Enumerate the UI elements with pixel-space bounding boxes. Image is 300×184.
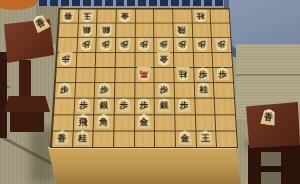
board-square-r1c3[interactable] xyxy=(97,9,116,23)
shogi-piece-white-P[interactable]: 歩 xyxy=(175,37,189,51)
board-square-r7c2[interactable]: 歩 xyxy=(73,98,94,114)
board-square-r2c8[interactable] xyxy=(191,23,211,37)
board-square-r6c1[interactable]: 歩 xyxy=(54,82,75,98)
orange-cushion xyxy=(0,0,38,10)
board-square-r3c2[interactable]: 歩 xyxy=(76,37,96,52)
piece-kanji: 桂 xyxy=(196,12,205,19)
shogi-piece-black-P[interactable]: 歩 xyxy=(137,98,152,113)
board-square-r8c9[interactable] xyxy=(215,114,236,130)
board-square-r7c3[interactable]: 銀 xyxy=(93,98,114,114)
board-square-r3c4[interactable]: 歩 xyxy=(115,37,134,52)
board-square-r9c2[interactable]: 桂 xyxy=(72,130,93,147)
board-square-r1c9[interactable] xyxy=(210,9,230,23)
piece-kanji: 香 xyxy=(57,134,66,143)
shogi-piece-black-N[interactable]: 桂 xyxy=(75,131,91,147)
board-square-r2c4[interactable] xyxy=(115,23,134,37)
board-square-r7c4[interactable]: 歩 xyxy=(114,98,134,114)
piece-kanji: 歩 xyxy=(218,70,227,78)
white-hand-piece-lance[interactable]: 香 xyxy=(33,15,47,30)
board-square-r5c4[interactable] xyxy=(114,67,134,82)
board-square-r9c7[interactable]: 金 xyxy=(175,130,196,147)
shogi-piece-black-P[interactable]: 歩 xyxy=(157,83,172,98)
piece-kanji: 王 xyxy=(201,134,210,143)
shogi-piece-black-L[interactable]: 香 xyxy=(54,131,70,147)
shogi-piece-black-P[interactable]: 歩 xyxy=(215,67,230,81)
board-square-r7c6[interactable]: 銀 xyxy=(154,98,174,114)
piece-kanji: 香 xyxy=(263,112,273,122)
board-square-r9c4[interactable] xyxy=(113,130,134,147)
piece-kanji: 歩 xyxy=(180,101,189,109)
board-square-r6c9[interactable] xyxy=(213,82,234,98)
piece-kanji: 桂 xyxy=(78,134,87,143)
shogi-piece-black-R[interactable]: 飛 xyxy=(75,114,90,129)
piece-kanji: 香 xyxy=(64,12,73,19)
piece-kanji: 歩 xyxy=(79,101,88,109)
shogi-piece-black-B[interactable]: 角 xyxy=(96,114,111,129)
piece-kanji: 歩 xyxy=(159,40,167,48)
board-square-r4c1[interactable]: 歩 xyxy=(56,52,76,67)
board-square-r9c5[interactable] xyxy=(134,130,155,147)
board-square-r5c5[interactable]: 馬 xyxy=(134,67,154,82)
piece-kanji: 銀 xyxy=(82,26,91,34)
board-square-r3c7[interactable]: 歩 xyxy=(173,37,193,52)
board-square-r1c1[interactable]: 香 xyxy=(59,9,79,23)
board-square-r4c6[interactable]: 金 xyxy=(154,52,174,67)
left-komadai-foot xyxy=(4,96,50,112)
piece-kanji: 金 xyxy=(180,134,189,143)
board-square-r4c8[interactable] xyxy=(192,52,212,67)
board-square-r1c4[interactable]: 金 xyxy=(116,9,135,23)
board-square-r3c1[interactable] xyxy=(57,37,77,52)
board-square-r9c9[interactable] xyxy=(215,130,236,147)
piece-kanji: 飛 xyxy=(178,26,187,34)
shogi-piece-white-S[interactable]: 銀 xyxy=(80,23,94,36)
piece-kanji: 歩 xyxy=(60,86,69,94)
shogi-piece-black-P[interactable]: 歩 xyxy=(97,83,112,98)
piece-kanji: 銀 xyxy=(99,101,108,109)
shogi-piece-black-G[interactable]: 金 xyxy=(137,114,152,129)
piece-kanji: 歩 xyxy=(120,40,128,48)
shogi-piece-white-L[interactable]: 香 xyxy=(61,9,75,22)
board-square-r3c3[interactable]: 歩 xyxy=(96,37,116,52)
shogi-piece-white-P[interactable]: 歩 xyxy=(214,37,229,51)
board-front-face xyxy=(47,147,241,184)
piece-kanji: 歩 xyxy=(101,40,110,48)
board-square-r8c3[interactable]: 角 xyxy=(93,114,114,130)
board-square-r6c7[interactable] xyxy=(174,82,194,98)
board-square-r3c6[interactable]: 歩 xyxy=(154,37,173,52)
piece-kanji: 歩 xyxy=(62,55,71,63)
shogi-piece-white-P[interactable]: 歩 xyxy=(118,37,132,51)
board-square-r4c4[interactable] xyxy=(115,52,135,67)
shogi-piece-black-L[interactable]: 香 xyxy=(260,108,277,126)
board-square-r7c5[interactable]: 歩 xyxy=(134,98,154,114)
board-square-r7c7[interactable]: 歩 xyxy=(174,98,195,114)
board-square-r8c7[interactable] xyxy=(174,114,195,130)
piece-kanji: 金 xyxy=(121,12,129,19)
shogi-piece-white-P[interactable]: 歩 xyxy=(195,37,210,51)
shogi-piece-black-P[interactable]: 歩 xyxy=(76,98,91,113)
shogi-piece-black-S[interactable]: 銀 xyxy=(157,98,172,113)
board-square-r1c5[interactable] xyxy=(134,9,153,23)
board-square-r2c7[interactable]: 飛 xyxy=(172,23,191,37)
board-square-r3c8[interactable]: 歩 xyxy=(192,37,212,52)
shogi-piece-black-S[interactable]: 銀 xyxy=(96,98,111,113)
piece-kanji: 歩 xyxy=(82,40,91,48)
board-square-r6c2[interactable] xyxy=(74,82,95,98)
shogi-piece-black-P[interactable]: 歩 xyxy=(116,98,131,113)
board-square-r6c4[interactable] xyxy=(114,82,134,98)
board-square-r1c7[interactable] xyxy=(172,9,191,23)
shogi-piece-white-P[interactable]: 歩 xyxy=(59,52,74,66)
board-square-r8c4[interactable] xyxy=(113,114,134,130)
piece-kanji: 歩 xyxy=(217,40,226,48)
board-square-r9c3[interactable] xyxy=(92,130,113,147)
shogi-piece-white-K[interactable]: 玉 xyxy=(80,9,94,22)
shogi-piece-black-P[interactable]: 歩 xyxy=(57,83,72,98)
shogi-piece-black-P[interactable]: 歩 xyxy=(196,67,211,81)
board-square-r6c6[interactable]: 歩 xyxy=(154,82,174,98)
side-table-edge xyxy=(0,52,7,138)
left-komadai-pillar xyxy=(19,60,31,100)
piece-kanji: 歩 xyxy=(199,70,208,78)
board-square-r9c6[interactable] xyxy=(154,130,175,147)
shogi-piece-white-B+[interactable]: 馬 xyxy=(137,67,151,81)
piece-kanji: 歩 xyxy=(178,40,187,48)
board-square-r2c5[interactable] xyxy=(134,23,153,37)
board-square-r1c6[interactable] xyxy=(153,9,172,23)
board-square-r5c9[interactable]: 歩 xyxy=(213,67,233,82)
shogi-piece-white-S[interactable]: 銀 xyxy=(99,23,113,36)
piece-kanji: 馬 xyxy=(140,70,149,78)
piece-kanji: 歩 xyxy=(197,40,206,48)
board-square-r5c6[interactable] xyxy=(154,67,174,82)
board-square-r8c1[interactable] xyxy=(52,114,73,130)
piece-kanji: 金 xyxy=(140,118,149,127)
board-square-r8c5[interactable]: 金 xyxy=(134,114,154,130)
shogi-piece-white-N[interactable]: 桂 xyxy=(194,9,208,22)
piece-kanji: 飛 xyxy=(78,118,87,127)
board-square-r7c8[interactable] xyxy=(194,98,215,114)
board-square-r8c8[interactable] xyxy=(195,114,216,130)
piece-kanji: 銀 xyxy=(102,26,111,34)
board-square-r1c8[interactable]: 桂 xyxy=(191,9,210,23)
piece-kanji: 銀 xyxy=(160,101,169,109)
piece-kanji: 角 xyxy=(99,118,108,127)
board-square-r7c1[interactable] xyxy=(53,98,74,114)
board-square-r5c2[interactable] xyxy=(75,67,95,82)
tatami-seam xyxy=(236,74,300,76)
piece-kanji: 桂 xyxy=(179,70,188,78)
board-square-r9c8[interactable]: 王 xyxy=(195,130,216,147)
piece-kanji: 桂 xyxy=(199,86,208,94)
board-square-r1c2[interactable]: 玉 xyxy=(78,9,97,23)
board-square-r5c3[interactable] xyxy=(95,67,115,82)
board-perspective: 香玉金桂銀銀飛歩歩歩歩歩歩歩歩歩金馬桂歩歩歩歩歩桂歩銀歩歩銀歩飛角金香桂金王 xyxy=(50,0,238,148)
board-square-r8c6[interactable] xyxy=(154,114,175,130)
piece-kanji: 歩 xyxy=(140,40,148,48)
board-square-r4c3[interactable] xyxy=(95,52,115,67)
board-square-r7c9[interactable] xyxy=(214,98,235,114)
shogi-piece-white-P[interactable]: 歩 xyxy=(137,37,151,51)
piece-kanji: 香 xyxy=(34,17,46,29)
board-square-r5c1[interactable] xyxy=(55,67,75,82)
shogi-piece-black-K[interactable]: 王 xyxy=(198,131,214,147)
board-square-r5c8[interactable]: 歩 xyxy=(193,67,213,82)
piece-kanji: 金 xyxy=(159,55,168,63)
black-hand-piece-lance[interactable]: 香 xyxy=(261,109,276,125)
piece-kanji: 歩 xyxy=(100,86,109,94)
shogi-piece-white-P[interactable]: 歩 xyxy=(79,37,94,51)
board-square-r2c1[interactable] xyxy=(58,23,78,37)
board-square-r6c8[interactable]: 桂 xyxy=(193,82,214,98)
board-square-r4c5[interactable] xyxy=(134,52,154,67)
shogi-match-photo: 香 香 香玉金桂銀銀飛歩歩歩歩歩歩歩歩歩金馬桂歩歩歩歩歩桂歩銀歩歩銀歩飛角金香桂… xyxy=(0,0,300,184)
board-square-r4c7[interactable] xyxy=(173,52,193,67)
board-square-r3c5[interactable]: 歩 xyxy=(134,37,153,52)
board-square-r9c1[interactable]: 香 xyxy=(51,130,72,147)
board-square-r2c3[interactable]: 銀 xyxy=(96,23,115,37)
shogi-piece-white-P[interactable]: 歩 xyxy=(156,37,170,51)
piece-kanji: 歩 xyxy=(119,101,128,109)
board-square-r2c9[interactable] xyxy=(210,23,230,37)
board-square-r6c3[interactable]: 歩 xyxy=(94,82,114,98)
shogi-piece-black-N[interactable]: 桂 xyxy=(196,83,211,98)
piece-kanji: 歩 xyxy=(140,101,149,109)
shogi-board: 香玉金桂銀銀飛歩歩歩歩歩歩歩歩歩金馬桂歩歩歩歩歩桂歩銀歩歩銀歩飛角金香桂金王 xyxy=(50,8,238,148)
board-square-r2c2[interactable]: 銀 xyxy=(77,23,97,37)
board-square-r5c7[interactable]: 桂 xyxy=(173,67,193,82)
shogi-piece-white-P[interactable]: 歩 xyxy=(98,37,112,51)
piece-kanji: 歩 xyxy=(160,86,169,94)
board-square-r4c2[interactable] xyxy=(75,52,95,67)
shogi-piece-white-N[interactable]: 桂 xyxy=(176,67,191,81)
board-square-r4c9[interactable] xyxy=(212,52,232,67)
board-square-r3c9[interactable]: 歩 xyxy=(211,37,231,52)
board-square-r8c2[interactable]: 飛 xyxy=(72,114,93,130)
right-komadai-rail xyxy=(261,166,281,172)
shogi-piece-white-G[interactable]: 金 xyxy=(118,9,132,22)
shogi-piece-black-G[interactable]: 金 xyxy=(177,131,192,147)
board-square-r6c5[interactable] xyxy=(134,82,154,98)
shogi-piece-black-P[interactable]: 歩 xyxy=(177,98,192,113)
board-square-r2c6[interactable] xyxy=(153,23,172,37)
piece-kanji: 玉 xyxy=(83,12,92,19)
shogi-piece-white-R[interactable]: 飛 xyxy=(175,23,189,36)
shogi-piece-white-G[interactable]: 金 xyxy=(156,52,170,66)
